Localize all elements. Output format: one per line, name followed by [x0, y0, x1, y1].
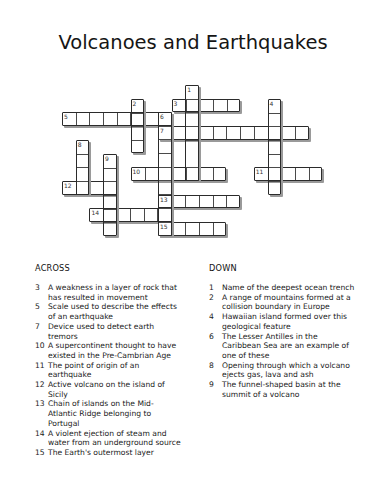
clue-across-14: 14A violent ejection of steam and water …	[35, 429, 185, 448]
word-box-7-across[interactable]	[158, 126, 309, 140]
clue-text: A supercontinent thought to have existed…	[48, 341, 181, 360]
word-box-3-across[interactable]	[172, 99, 241, 113]
across-heading: ACROSS	[35, 263, 185, 273]
clue-number-label: 5	[35, 302, 48, 321]
word-box-2-down[interactable]	[131, 99, 145, 154]
clue-number-label: 4	[209, 312, 222, 331]
clue-text: Hawaiian island formed over this geologi…	[222, 312, 355, 331]
clue-text: A range of mountains formed at a collisi…	[222, 293, 355, 312]
down-clue-list: 1Name of the deepest ocean trench2A rang…	[209, 283, 369, 399]
clue-number-label: 15	[35, 448, 48, 458]
clue-number-label: 2	[209, 293, 222, 312]
clue-number-label: 13	[35, 399, 48, 428]
word-box-10-across[interactable]	[131, 167, 227, 181]
word-box-9-down[interactable]	[103, 154, 117, 236]
clue-text: The funnel-shaped basin at the summit of…	[222, 380, 355, 399]
word-box-11-across[interactable]	[254, 167, 323, 181]
word-box-8-down[interactable]	[76, 140, 90, 195]
cell-number-2: 2	[133, 101, 137, 107]
clue-down-6: 6The Lesser Antilles in the Caribbean Se…	[209, 332, 369, 361]
down-heading: DOWN	[209, 263, 369, 273]
clue-number-label: 6	[209, 332, 222, 361]
clue-across-11: 11The point of origin of an earthquake	[35, 361, 185, 380]
clue-across-5: 5Scale used to describe the effects of a…	[35, 302, 185, 321]
word-box-1-down[interactable]	[185, 85, 199, 181]
down-clues-section: DOWN 1Name of the deepest ocean trench2A…	[209, 263, 369, 399]
clue-across-13: 13Chain of islands on the Mid-Atlantic R…	[35, 399, 185, 428]
cell-number-14: 14	[91, 210, 99, 216]
clue-text: The Lesser Antilles in the Caribbean Sea…	[222, 332, 355, 361]
page-title: Volcanoes and Earthquakes	[0, 31, 386, 54]
clue-down-2: 2A range of mountains formed at a collis…	[209, 293, 369, 312]
clue-across-3: 3A weakness in a layer of rock that has …	[35, 283, 185, 302]
clue-number-label: 3	[35, 283, 48, 302]
crossword-grid: 123456789101112131415	[62, 85, 323, 236]
clue-number-label: 14	[35, 429, 48, 448]
clue-across-7: 7Device used to detect earth tremors	[35, 322, 185, 341]
cell-number-9: 9	[105, 156, 109, 162]
clue-text: Device used to detect earth tremors	[48, 322, 181, 341]
across-clues-section: ACROSS 3A weakness in a layer of rock th…	[35, 263, 185, 458]
clue-number-label: 9	[209, 380, 222, 399]
cell-number-13: 13	[160, 197, 168, 203]
across-clue-list: 3A weakness in a layer of rock that has …	[35, 283, 185, 458]
cell-number-4: 4	[270, 101, 274, 107]
cell-number-15: 15	[160, 224, 168, 230]
clue-down-1: 1Name of the deepest ocean trench	[209, 283, 369, 293]
word-box-4-down[interactable]	[268, 99, 282, 195]
clue-number-label: 10	[35, 341, 48, 360]
worksheet-page: Volcanoes and Earthquakes 12345678910111…	[0, 0, 386, 500]
clue-text: Opening through which a volcano ejects g…	[222, 361, 355, 380]
clue-text: The Earth's outermost layer	[48, 448, 181, 458]
word-box-5-across[interactable]	[62, 112, 172, 126]
cell-number-1: 1	[187, 87, 191, 93]
clue-number-label: 11	[35, 361, 48, 380]
cell-number-11: 11	[256, 169, 264, 175]
clue-number-label: 1	[209, 283, 222, 293]
cell-number-3: 3	[174, 101, 178, 107]
clue-text: Scale used to describe the effects of an…	[48, 302, 181, 321]
clue-across-15: 15The Earth's outermost layer	[35, 448, 185, 458]
clue-number-label: 12	[35, 380, 48, 399]
clue-text: The point of origin of an earthquake	[48, 361, 181, 380]
clue-text: A violent ejection of steam and water fr…	[48, 429, 181, 448]
cell-number-7: 7	[160, 128, 164, 134]
cell-number-6: 6	[160, 114, 164, 120]
clue-text: A weakness in a layer of rock that has r…	[48, 283, 181, 302]
clue-number-label: 8	[209, 361, 222, 380]
clue-across-12: 12Active volcano on the island of Sicily	[35, 380, 185, 399]
clue-number-label: 7	[35, 322, 48, 341]
clue-text: Active volcano on the island of Sicily	[48, 380, 181, 399]
clue-text: Name of the deepest ocean trench	[222, 283, 355, 293]
clue-down-8: 8Opening through which a volcano ejects …	[209, 361, 369, 380]
clue-down-4: 4Hawaiian island formed over this geolog…	[209, 312, 369, 331]
cell-number-5: 5	[64, 114, 68, 120]
cell-number-12: 12	[64, 183, 72, 189]
cell-number-10: 10	[133, 169, 141, 175]
clue-down-9: 9The funnel-shaped basin at the summit o…	[209, 380, 369, 399]
cell-number-8: 8	[78, 142, 82, 148]
clue-text: Chain of islands on the Mid-Atlantic Rid…	[48, 399, 181, 428]
clue-across-10: 10A supercontinent thought to have exist…	[35, 341, 185, 360]
